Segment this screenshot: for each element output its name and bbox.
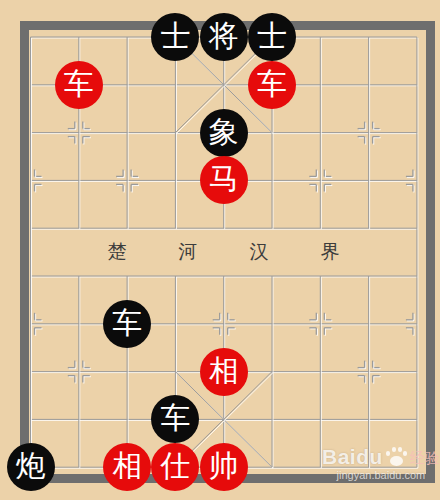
piece-label: 士: [257, 21, 287, 51]
piece-black-advisor-right[interactable]: 士: [248, 13, 296, 61]
piece-label: 相: [209, 356, 239, 386]
piece-red-horse[interactable]: 马: [200, 156, 248, 204]
piece-label: 车: [112, 308, 142, 338]
watermark-badge: 经验: [410, 450, 440, 467]
watermark: Baidu 经验 jingyan.baidu.com: [322, 446, 440, 481]
piece-black-chariot-1[interactable]: 车: [103, 300, 151, 348]
piece-label: 将: [209, 21, 239, 51]
piece-black-advisor-left[interactable]: 士: [151, 13, 199, 61]
piece-label: 炮: [16, 451, 46, 481]
xiangqi-board: 楚 河 汉 界 士将士车车象马车相车炮相仕帅 Baidu 经验 jingyan.…: [0, 0, 440, 500]
piece-black-elephant[interactable]: 象: [200, 109, 248, 157]
piece-label: 车: [257, 69, 287, 99]
piece-red-general[interactable]: 帅: [200, 443, 248, 491]
paw-icon: [385, 446, 408, 467]
piece-red-chariot-left[interactable]: 车: [55, 61, 103, 109]
piece-label: 车: [160, 403, 190, 433]
piece-label: 仕: [160, 451, 190, 481]
piece-label: 马: [209, 164, 239, 194]
piece-black-chariot-2[interactable]: 车: [151, 395, 199, 443]
piece-label: 相: [112, 451, 142, 481]
piece-red-elephant-left[interactable]: 相: [103, 443, 151, 491]
piece-label: 士: [160, 21, 190, 51]
piece-red-elephant-center[interactable]: 相: [200, 348, 248, 396]
piece-label: 车: [64, 69, 94, 99]
watermark-url: jingyan.baidu.com: [322, 470, 440, 481]
watermark-brand: Baidu: [322, 446, 383, 467]
piece-black-cannon[interactable]: 炮: [7, 443, 55, 491]
piece-red-chariot-right[interactable]: 车: [248, 61, 296, 109]
piece-red-advisor[interactable]: 仕: [151, 443, 199, 491]
pieces-grid: 士将士车车象马车相车炮相仕帅: [6, 13, 440, 491]
piece-label: 帅: [209, 451, 239, 481]
piece-black-general[interactable]: 将: [200, 13, 248, 61]
piece-label: 象: [209, 117, 239, 147]
